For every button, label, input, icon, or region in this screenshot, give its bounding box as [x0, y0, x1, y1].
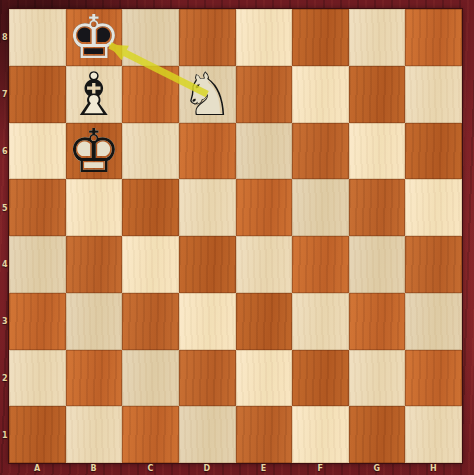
square-g1[interactable] [349, 406, 406, 463]
rank-label-8: 8 [2, 33, 8, 42]
square-a5[interactable] [9, 179, 66, 236]
square-d6[interactable] [179, 123, 236, 180]
black-king[interactable]: ♚♔ [66, 9, 123, 66]
square-g3[interactable] [349, 293, 406, 350]
king-glyph-outline: ♔ [66, 123, 123, 180]
square-a2[interactable] [9, 350, 66, 407]
rank-label-4: 4 [2, 260, 8, 269]
square-c4[interactable] [122, 236, 179, 293]
square-g5[interactable] [349, 179, 406, 236]
square-h1[interactable] [405, 406, 462, 463]
king-glyph-outline: ♔ [66, 9, 123, 66]
white-knight[interactable]: ♞♘ [179, 66, 236, 123]
file-label-f: F [317, 464, 323, 473]
square-f8[interactable] [292, 9, 349, 66]
square-f6[interactable] [292, 123, 349, 180]
square-b7[interactable]: ♝♗ [66, 66, 123, 123]
square-c7[interactable] [122, 66, 179, 123]
square-c6[interactable] [122, 123, 179, 180]
square-e8[interactable] [236, 9, 293, 66]
square-h3[interactable] [405, 293, 462, 350]
square-d4[interactable] [179, 236, 236, 293]
square-e3[interactable] [236, 293, 293, 350]
file-label-e: E [261, 464, 267, 473]
white-king[interactable]: ♚♔ [66, 123, 123, 180]
rank-label-3: 3 [2, 317, 8, 326]
file-label-a: A [34, 464, 41, 473]
square-f1[interactable] [292, 406, 349, 463]
square-h2[interactable] [405, 350, 462, 407]
square-d3[interactable] [179, 293, 236, 350]
square-h5[interactable] [405, 179, 462, 236]
file-label-d: D [204, 464, 211, 473]
square-e5[interactable] [236, 179, 293, 236]
square-d2[interactable] [179, 350, 236, 407]
square-c2[interactable] [122, 350, 179, 407]
square-e2[interactable] [236, 350, 293, 407]
file-label-c: C [147, 464, 153, 473]
square-c5[interactable] [122, 179, 179, 236]
square-b5[interactable] [66, 179, 123, 236]
square-g2[interactable] [349, 350, 406, 407]
chess-board[interactable]: ♚♔♝♗♞♘♚♔ [9, 9, 462, 463]
square-g7[interactable] [349, 66, 406, 123]
rank-label-6: 6 [2, 146, 8, 155]
square-b4[interactable] [66, 236, 123, 293]
file-label-g: G [374, 464, 381, 473]
square-b3[interactable] [66, 293, 123, 350]
rank-label-1: 1 [2, 430, 8, 439]
square-f5[interactable] [292, 179, 349, 236]
square-a7[interactable] [9, 66, 66, 123]
square-c8[interactable] [122, 9, 179, 66]
square-e4[interactable] [236, 236, 293, 293]
rank-label-7: 7 [2, 90, 8, 99]
square-a8[interactable] [9, 9, 66, 66]
square-b6[interactable]: ♚♔ [66, 123, 123, 180]
square-b1[interactable] [66, 406, 123, 463]
square-e7[interactable] [236, 66, 293, 123]
square-a1[interactable] [9, 406, 66, 463]
square-h6[interactable] [405, 123, 462, 180]
square-f2[interactable] [292, 350, 349, 407]
rank-label-2: 2 [2, 373, 8, 382]
knight-glyph-outline: ♘ [179, 66, 236, 123]
square-h7[interactable] [405, 66, 462, 123]
board-frame: ♚♔♝♗♞♘♚♔ 12345678ABCDEFGH [0, 0, 474, 475]
file-label-b: B [91, 464, 98, 473]
square-d5[interactable] [179, 179, 236, 236]
rank-label-5: 5 [2, 203, 8, 212]
square-d7[interactable]: ♞♘ [179, 66, 236, 123]
square-d1[interactable] [179, 406, 236, 463]
square-f4[interactable] [292, 236, 349, 293]
square-e1[interactable] [236, 406, 293, 463]
white-bishop[interactable]: ♝♗ [66, 66, 123, 123]
file-label-h: H [430, 464, 437, 473]
square-h8[interactable] [405, 9, 462, 66]
square-c3[interactable] [122, 293, 179, 350]
square-f3[interactable] [292, 293, 349, 350]
square-e6[interactable] [236, 123, 293, 180]
square-g4[interactable] [349, 236, 406, 293]
square-c1[interactable] [122, 406, 179, 463]
square-h4[interactable] [405, 236, 462, 293]
square-a6[interactable] [9, 123, 66, 180]
square-g8[interactable] [349, 9, 406, 66]
square-b2[interactable] [66, 350, 123, 407]
bishop-glyph-outline: ♗ [66, 66, 123, 123]
square-f7[interactable] [292, 66, 349, 123]
square-d8[interactable] [179, 9, 236, 66]
square-b8[interactable]: ♚♔ [66, 9, 123, 66]
square-g6[interactable] [349, 123, 406, 180]
square-a3[interactable] [9, 293, 66, 350]
square-a4[interactable] [9, 236, 66, 293]
